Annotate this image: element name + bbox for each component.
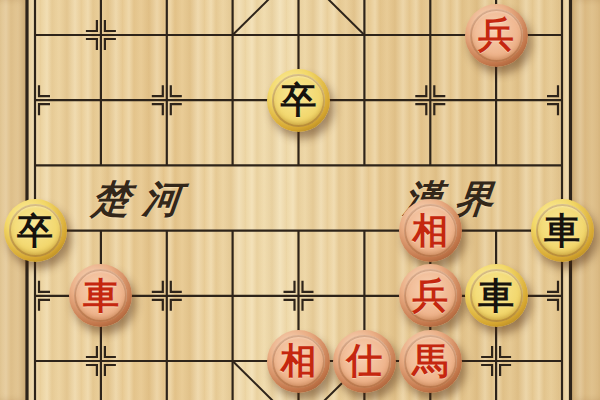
- piece-red-elephant[interactable]: 相: [399, 199, 462, 262]
- piece-black-soldier[interactable]: 卒: [267, 69, 330, 132]
- piece-black-soldier[interactable]: 卒: [4, 199, 67, 262]
- piece-glyph: 相: [281, 342, 317, 378]
- piece-glyph: 兵: [478, 16, 514, 52]
- piece-glyph: 仕: [346, 342, 382, 378]
- piece-glyph: 馬: [412, 342, 448, 378]
- river-label-chu-he: 楚河: [89, 174, 196, 225]
- piece-face: 車: [74, 269, 127, 322]
- piece-glyph: 卒: [17, 212, 53, 248]
- piece-glyph: 兵: [412, 277, 448, 313]
- piece-face: 馬: [404, 335, 457, 388]
- piece-face: 卒: [9, 204, 62, 257]
- piece-black-chariot[interactable]: 車: [465, 264, 528, 327]
- piece-red-advisor[interactable]: 仕: [333, 330, 396, 393]
- piece-glyph: 車: [544, 212, 580, 248]
- piece-face: 車: [470, 269, 523, 322]
- xiangqi-board: 楚河 漢界 兵卒卒相車車兵車相仕馬: [0, 0, 600, 400]
- piece-face: 相: [404, 204, 457, 257]
- piece-face: 卒: [272, 74, 325, 127]
- piece-face: 相: [272, 335, 325, 388]
- piece-face: 兵: [404, 269, 457, 322]
- piece-red-elephant[interactable]: 相: [267, 330, 330, 393]
- piece-glyph: 相: [412, 212, 448, 248]
- piece-red-soldier[interactable]: 兵: [399, 264, 462, 327]
- piece-red-soldier[interactable]: 兵: [465, 4, 528, 67]
- piece-glyph: 卒: [281, 81, 317, 117]
- piece-face: 車: [536, 204, 589, 257]
- piece-face: 仕: [338, 335, 391, 388]
- piece-glyph: 車: [478, 277, 514, 313]
- piece-black-chariot[interactable]: 車: [531, 199, 594, 262]
- piece-face: 兵: [470, 9, 523, 62]
- piece-glyph: 車: [83, 277, 119, 313]
- piece-red-horse[interactable]: 馬: [399, 330, 462, 393]
